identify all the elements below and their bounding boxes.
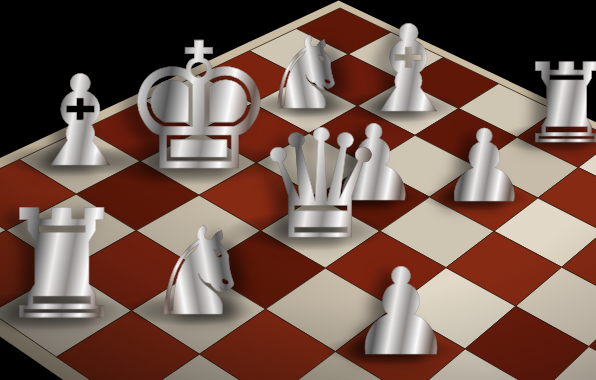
piece-white-rook-c1[interactable]: ♜ xyxy=(0,190,129,340)
scene-3d-chessboard: ♜♝♞♟♟♚♛♝♟♞♜ xyxy=(0,0,596,380)
piece-white-queen-d4[interactable]: ♛ xyxy=(254,109,388,259)
piece-white-pawn-f3[interactable]: ♟ xyxy=(347,253,455,373)
piece-white-rook-e8[interactable]: ♜ xyxy=(517,49,596,159)
piece-white-knight-d2[interactable]: ♞ xyxy=(145,211,254,333)
piece-white-pawn-e6[interactable]: ♟ xyxy=(439,117,529,217)
pieces-layer: ♜♝♞♟♟♚♛♝♟♞♜ xyxy=(0,0,596,380)
